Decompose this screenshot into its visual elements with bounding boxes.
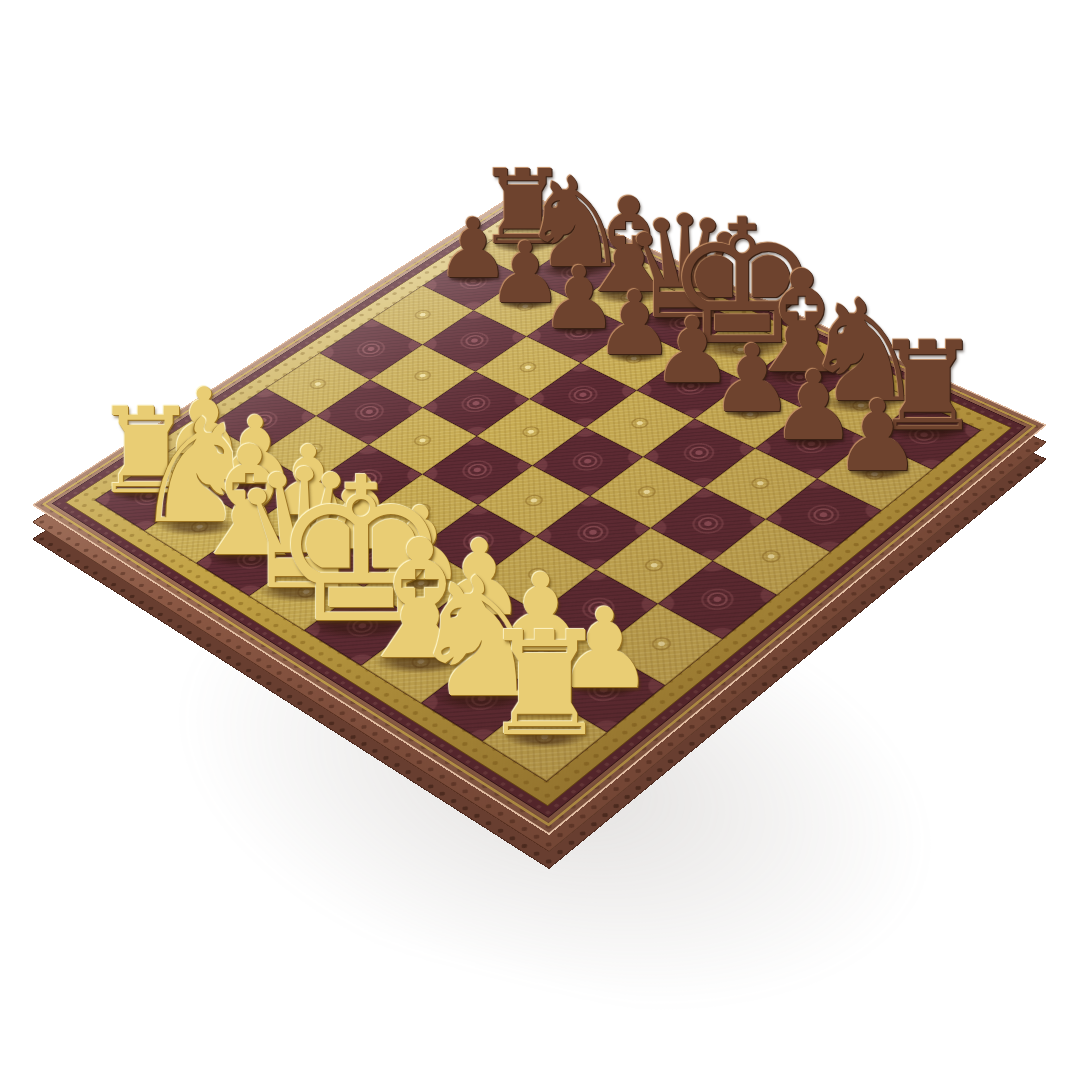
chess-set-photo: ♜♞♝♛♚♝♞♜♟♟♟♟♟♟♟♟♟♟♟♟♟♟♟♟♜♞♝♛♚♝♞♜	[0, 0, 1080, 1080]
